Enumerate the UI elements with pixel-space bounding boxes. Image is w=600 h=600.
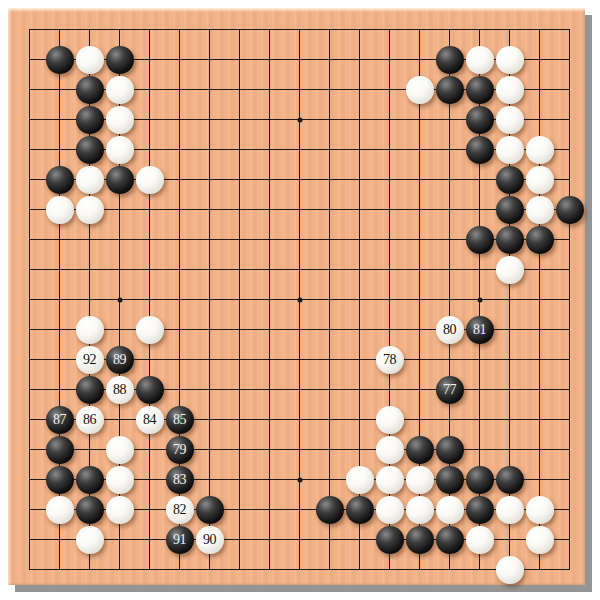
white-stone — [376, 436, 404, 464]
stone-move-81: 81 — [466, 316, 494, 344]
white-stone — [436, 496, 464, 524]
white-stone — [376, 406, 404, 434]
white-stone — [76, 196, 104, 224]
stone-move-78: 78 — [376, 346, 404, 374]
white-stone — [346, 466, 374, 494]
white-stone — [496, 76, 524, 104]
black-stone — [316, 496, 344, 524]
white-stone — [76, 46, 104, 74]
black-stone — [496, 166, 524, 194]
white-stone — [466, 526, 494, 554]
black-stone — [76, 106, 104, 134]
white-stone — [526, 496, 554, 524]
black-stone — [76, 496, 104, 524]
black-stone — [46, 436, 74, 464]
black-stone — [76, 136, 104, 164]
black-stone — [436, 526, 464, 554]
star-point — [297, 117, 302, 122]
stone-move-85: 85 — [166, 406, 194, 434]
white-stone — [496, 46, 524, 74]
white-stone — [46, 196, 74, 224]
white-stone — [76, 316, 104, 344]
white-stone — [406, 466, 434, 494]
black-stone — [46, 46, 74, 74]
stone-move-91: 91 — [166, 526, 194, 554]
black-stone — [496, 196, 524, 224]
black-stone — [76, 76, 104, 104]
white-stone — [46, 496, 74, 524]
black-stone — [466, 226, 494, 254]
white-stone — [406, 496, 434, 524]
stone-move-92: 92 — [76, 346, 104, 374]
stone-move-84: 84 — [136, 406, 164, 434]
white-stone — [496, 256, 524, 284]
black-stone — [346, 496, 374, 524]
black-stone — [466, 76, 494, 104]
go-board: 80819289788877878684857983829190 — [8, 8, 585, 585]
black-stone — [46, 466, 74, 494]
black-stone — [46, 166, 74, 194]
black-stone — [466, 496, 494, 524]
white-stone — [466, 46, 494, 74]
black-stone — [436, 76, 464, 104]
white-stone — [106, 466, 134, 494]
white-stone — [106, 496, 134, 524]
white-stone — [136, 166, 164, 194]
black-stone — [406, 526, 434, 554]
star-point — [477, 297, 482, 302]
white-stone — [106, 76, 134, 104]
black-stone — [436, 46, 464, 74]
black-stone — [496, 466, 524, 494]
black-stone — [556, 196, 584, 224]
white-stone — [106, 106, 134, 134]
black-stone — [106, 166, 134, 194]
white-stone — [496, 496, 524, 524]
page: 80819289788877878684857983829190 — [0, 0, 600, 600]
black-stone — [466, 136, 494, 164]
black-stone — [466, 466, 494, 494]
stone-move-88: 88 — [106, 376, 134, 404]
black-stone — [136, 376, 164, 404]
stone-move-83: 83 — [166, 466, 194, 494]
black-stone — [466, 106, 494, 134]
white-stone — [526, 166, 554, 194]
black-stone — [106, 46, 134, 74]
white-stone — [136, 316, 164, 344]
black-stone — [436, 436, 464, 464]
black-stone — [436, 466, 464, 494]
white-stone — [106, 136, 134, 164]
white-stone — [496, 106, 524, 134]
board-grid[interactable]: 80819289788877878684857983829190 — [29, 29, 570, 570]
stone-move-86: 86 — [76, 406, 104, 434]
black-stone — [76, 376, 104, 404]
black-stone — [496, 226, 524, 254]
white-stone — [376, 496, 404, 524]
black-stone — [196, 496, 224, 524]
star-point — [297, 297, 302, 302]
black-stone — [526, 226, 554, 254]
white-stone — [526, 526, 554, 554]
stone-move-82: 82 — [166, 496, 194, 524]
stone-move-90: 90 — [196, 526, 224, 554]
black-stone — [76, 466, 104, 494]
star-point — [117, 297, 122, 302]
stone-move-79: 79 — [166, 436, 194, 464]
black-stone — [376, 526, 404, 554]
white-stone — [76, 166, 104, 194]
white-stone — [496, 556, 524, 584]
stone-move-89: 89 — [106, 346, 134, 374]
black-stone — [406, 436, 434, 464]
stone-move-77: 77 — [436, 376, 464, 404]
white-stone — [496, 136, 524, 164]
white-stone — [376, 466, 404, 494]
white-stone — [106, 436, 134, 464]
stone-move-80: 80 — [436, 316, 464, 344]
white-stone — [526, 196, 554, 224]
white-stone — [526, 136, 554, 164]
white-stone — [406, 76, 434, 104]
star-point — [297, 477, 302, 482]
stone-move-87: 87 — [46, 406, 74, 434]
white-stone — [76, 526, 104, 554]
